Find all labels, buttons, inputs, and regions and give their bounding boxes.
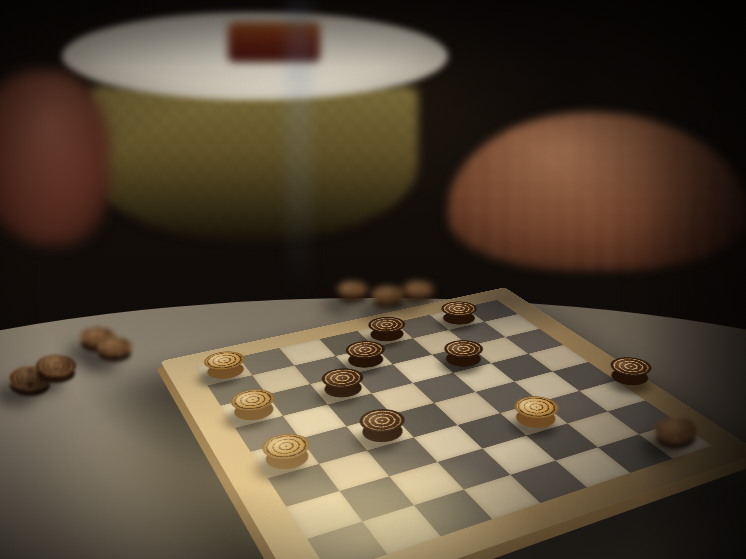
photo-scene bbox=[0, 0, 746, 559]
side-table-wicker-base bbox=[88, 86, 418, 241]
checker-dark-offboard[interactable] bbox=[403, 281, 434, 297]
left-pouf bbox=[0, 70, 110, 245]
checker-light[interactable] bbox=[225, 386, 280, 415]
checker-light[interactable] bbox=[507, 393, 568, 423]
checker-dark-offboard[interactable] bbox=[372, 286, 405, 303]
checker-light[interactable] bbox=[199, 348, 249, 373]
light-streak bbox=[286, 0, 312, 300]
checker-dark[interactable] bbox=[362, 314, 411, 335]
checker-dark-offboard[interactable] bbox=[97, 337, 132, 356]
checker-dark[interactable] bbox=[315, 365, 369, 392]
checker-dark-offboard[interactable] bbox=[655, 417, 697, 443]
checker-dark[interactable] bbox=[435, 299, 483, 319]
checker-dark-offboard[interactable] bbox=[337, 281, 368, 297]
checker-light[interactable] bbox=[256, 429, 317, 463]
checker-dark-offboard[interactable] bbox=[36, 355, 76, 377]
checker-dark[interactable] bbox=[340, 338, 391, 362]
